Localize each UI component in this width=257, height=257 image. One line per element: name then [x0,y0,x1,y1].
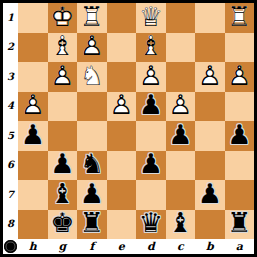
rank-label-7: 7 [3,180,18,210]
square-d6[interactable]: ♟ [136,151,166,181]
square-b5[interactable] [195,121,225,151]
file-labels-row: hgfedcba [18,239,254,254]
square-a3[interactable]: ♟♙ [225,62,255,92]
white-pawn-icon[interactable]: ♟♙ [195,62,225,92]
black-pawn-icon[interactable]: ♟ [136,92,166,122]
square-f3[interactable]: ♞♘ [77,62,107,92]
black-rook-icon[interactable]: ♜ [77,210,107,240]
black-pawn-icon[interactable]: ♟ [18,121,48,151]
square-h6[interactable] [18,151,48,181]
black-to-move-indicator-icon [4,240,17,253]
black-pawn-icon[interactable]: ♟ [48,151,78,181]
white-pawn-icon[interactable]: ♟♙ [18,92,48,122]
rank-label-6: 6 [3,151,18,181]
square-d4[interactable]: ♟ [136,92,166,122]
square-e2[interactable] [107,33,137,63]
white-pawn-icon[interactable]: ♟♙ [225,62,255,92]
square-b8[interactable] [195,210,225,240]
square-h7[interactable] [18,180,48,210]
white-bishop-icon[interactable]: ♝♗ [136,33,166,63]
white-rook-icon[interactable]: ♜♖ [77,3,107,33]
chessboard-frame: 12345678 ♚♔♜♖♛♕♜♖♝♗♟♙♝♗♟♙♞♘♟♙♟♙♟♙♟♙♟♙♟♟♙… [0,0,257,257]
square-d2[interactable]: ♝♗ [136,33,166,63]
square-g8[interactable]: ♚ [48,210,78,240]
square-c1[interactable] [166,3,196,33]
file-label-e: e [107,239,137,254]
square-a7[interactable] [225,180,255,210]
square-h2[interactable] [18,33,48,63]
square-e7[interactable] [107,180,137,210]
square-a8[interactable]: ♜ [225,210,255,240]
square-h3[interactable] [18,62,48,92]
white-pawn-icon[interactable]: ♟♙ [107,92,137,122]
square-g4[interactable] [48,92,78,122]
black-bishop-icon[interactable]: ♝ [166,210,196,240]
rank-label-5: 5 [3,121,18,151]
rank-label-3: 3 [3,62,18,92]
square-f2[interactable]: ♟♙ [77,33,107,63]
square-f8[interactable]: ♜ [77,210,107,240]
file-label-h: h [18,239,48,254]
square-a1[interactable]: ♜♖ [225,3,255,33]
black-rook-icon[interactable]: ♜ [225,210,255,240]
white-queen-icon[interactable]: ♛♕ [136,3,166,33]
square-f1[interactable]: ♜♖ [77,3,107,33]
square-a5[interactable]: ♟ [225,121,255,151]
rank-labels-column: 12345678 [3,3,18,239]
square-a6[interactable] [225,151,255,181]
square-f7[interactable]: ♟ [77,180,107,210]
square-b3[interactable]: ♟♙ [195,62,225,92]
square-a4[interactable] [225,92,255,122]
file-label-a: a [225,239,255,254]
black-pawn-icon[interactable]: ♟ [77,180,107,210]
square-h8[interactable] [18,210,48,240]
square-b2[interactable] [195,33,225,63]
black-pawn-icon[interactable]: ♟ [195,180,225,210]
square-f6[interactable]: ♞ [77,151,107,181]
square-d1[interactable]: ♛♕ [136,3,166,33]
square-e5[interactable] [107,121,137,151]
white-rook-icon[interactable]: ♜♖ [225,3,255,33]
square-g6[interactable]: ♟ [48,151,78,181]
file-label-c: c [166,239,196,254]
white-king-icon[interactable]: ♚♔ [48,3,78,33]
square-c5[interactable]: ♟ [166,121,196,151]
square-e4[interactable]: ♟♙ [107,92,137,122]
square-b6[interactable] [195,151,225,181]
file-label-b: b [195,239,225,254]
rank-label-1: 1 [3,3,18,33]
square-e3[interactable] [107,62,137,92]
white-bishop-icon[interactable]: ♝♗ [48,33,78,63]
square-h4[interactable]: ♟♙ [18,92,48,122]
square-c3[interactable] [166,62,196,92]
square-e1[interactable] [107,3,137,33]
square-c4[interactable]: ♟♙ [166,92,196,122]
file-label-g: g [48,239,78,254]
black-knight-icon[interactable]: ♞ [77,151,107,181]
square-b1[interactable] [195,3,225,33]
square-c7[interactable] [166,180,196,210]
white-pawn-icon[interactable]: ♟♙ [48,62,78,92]
white-knight-icon[interactable]: ♞♘ [77,62,107,92]
square-e8[interactable] [107,210,137,240]
file-label-d: d [136,239,166,254]
square-c6[interactable] [166,151,196,181]
square-c8[interactable]: ♝ [166,210,196,240]
square-d5[interactable] [136,121,166,151]
square-f5[interactable] [77,121,107,151]
square-b7[interactable]: ♟ [195,180,225,210]
square-d3[interactable]: ♟♙ [136,62,166,92]
square-g1[interactable]: ♚♔ [48,3,78,33]
chessboard[interactable]: ♚♔♜♖♛♕♜♖♝♗♟♙♝♗♟♙♞♘♟♙♟♙♟♙♟♙♟♙♟♟♙♟♟♟♟♞♟♝♟♟… [18,3,254,239]
white-pawn-icon[interactable]: ♟♙ [166,92,196,122]
square-g2[interactable]: ♝♗ [48,33,78,63]
square-f4[interactable] [77,92,107,122]
square-h5[interactable]: ♟ [18,121,48,151]
black-king-icon[interactable]: ♚ [48,210,78,240]
white-pawn-icon[interactable]: ♟♙ [77,33,107,63]
square-d7[interactable] [136,180,166,210]
square-c2[interactable] [166,33,196,63]
square-e6[interactable] [107,151,137,181]
rank-label-2: 2 [3,33,18,63]
black-queen-icon[interactable]: ♛ [136,210,166,240]
square-g3[interactable]: ♟♙ [48,62,78,92]
square-d8[interactable]: ♛ [136,210,166,240]
file-label-f: f [77,239,107,254]
rank-label-8: 8 [3,210,18,240]
black-pawn-icon[interactable]: ♟ [225,121,255,151]
square-a2[interactable] [225,33,255,63]
rank-label-4: 4 [3,92,18,122]
square-g5[interactable] [48,121,78,151]
white-pawn-icon[interactable]: ♟♙ [136,62,166,92]
black-bishop-icon[interactable]: ♝ [48,180,78,210]
square-h1[interactable] [18,3,48,33]
black-pawn-icon[interactable]: ♟ [136,151,166,181]
side-to-move-corner [3,239,18,254]
square-b4[interactable] [195,92,225,122]
square-g7[interactable]: ♝ [48,180,78,210]
black-pawn-icon[interactable]: ♟ [166,121,196,151]
